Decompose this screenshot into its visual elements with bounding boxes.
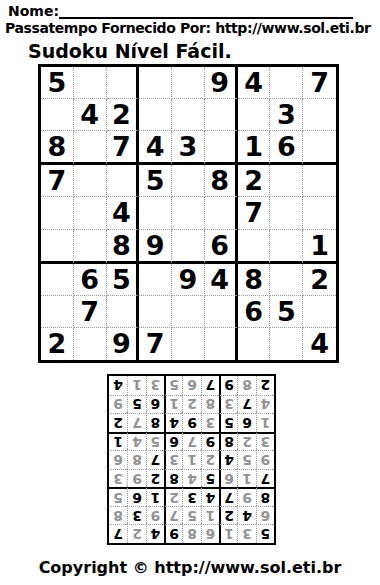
puzzle-cell-r6c1 [41,230,74,264]
page-title: Sudoku Nível Fácil. [28,40,232,62]
solution-cell-r9c8: 1 [127,376,145,395]
solution-cell-r1c5: 8 [182,524,200,543]
solution-cell-r1c2: 3 [237,524,255,543]
puzzle-cell-r7c3: 5 [107,264,140,296]
solution-cell-r1c6: 9 [164,524,182,543]
solution-cell-r8c3: 3 [219,395,237,414]
puzzle-cell-r5c1 [41,197,74,229]
solution-cell-r8c5: 2 [182,395,200,414]
puzzle-cell-r2c3: 2 [107,99,140,131]
puzzle-cell-r4c3 [107,165,140,197]
puzzle-cell-r1c2 [74,67,107,99]
puzzle-cell-r2c1 [41,99,74,131]
puzzle-cell-r8c7: 6 [238,296,271,328]
puzzle-cell-r7c9: 2 [303,264,336,296]
puzzle-cell-r7c8 [270,264,303,296]
puzzle-cell-r7c6: 4 [205,264,238,296]
solution-cell-r7c3: 5 [219,413,237,432]
solution-cell-r9c9: 4 [109,376,127,395]
solution-cell-r3c9: 5 [109,487,127,506]
puzzle-cell-r7c2: 6 [74,264,107,296]
puzzle-cell-r2c4 [139,99,172,131]
solution-cell-r3c4: 4 [201,487,219,506]
puzzle-cell-r6c6: 6 [205,230,238,264]
puzzle-cell-r9c2 [74,328,107,360]
puzzle-cell-r2c2: 4 [74,99,107,131]
solution-cell-r4c7: 2 [146,469,164,488]
solution-cell-r3c1: 8 [256,487,274,506]
puzzle-cell-r6c2 [74,230,107,264]
solution-cell-r8c1: 4 [256,395,274,414]
puzzle-cell-r1c3 [107,67,140,99]
solution-cell-r8c8: 5 [127,395,145,414]
solution-cell-r2c4: 1 [201,506,219,525]
solution-cell-r9c7: 3 [146,376,164,395]
puzzle-cell-r6c4: 9 [139,230,172,264]
puzzle-cell-r9c9: 4 [303,328,336,360]
solution-cell-r2c9: 8 [109,506,127,525]
puzzle-cell-r9c6 [205,328,238,360]
puzzle-cell-r5c4 [139,197,172,229]
solution-cell-r4c1: 7 [256,469,274,488]
puzzle-cell-r9c7 [238,328,271,360]
solution-cell-r6c5: 7 [182,432,200,451]
solution-cell-r9c3: 9 [219,376,237,395]
puzzle-cell-r3c8: 6 [270,131,303,165]
puzzle-cell-r1c8 [270,67,303,99]
solution-cell-r4c6: 8 [164,469,182,488]
puzzle-cell-r2c7 [238,99,271,131]
puzzle-cell-r6c7 [238,230,271,264]
solution-cell-r7c6: 4 [164,413,182,432]
puzzle-cell-r7c1 [41,264,74,296]
solution-cell-r7c4: 3 [201,413,219,432]
puzzle-cell-r5c8 [270,197,303,229]
solution-cell-r1c8: 2 [127,524,145,543]
puzzle-cell-r3c1: 8 [41,131,74,165]
solution-cell-r3c7: 1 [146,487,164,506]
solution-cell-r5c2: 5 [237,450,255,469]
puzzle-cell-r1c4 [139,67,172,99]
solution-cell-r8c6: 1 [164,395,182,414]
puzzle-cell-r5c9 [303,197,336,229]
puzzle-cell-r4c1: 7 [41,165,74,197]
solution-cell-r5c5: 1 [182,450,200,469]
solution-cell-r2c1: 6 [256,506,274,525]
puzzle-cell-r3c5: 3 [172,131,205,165]
puzzle-cell-r8c8: 5 [270,296,303,328]
puzzle-cell-r1c1: 5 [41,67,74,99]
puzzle-cell-r9c4: 7 [139,328,172,360]
provided-by-text: Passatempo Fornecido Por: http://www.sol… [5,20,377,36]
solution-cell-r9c4: 7 [201,376,219,395]
puzzle-cell-r5c5 [172,197,205,229]
solution-cell-r5c9: 6 [109,450,127,469]
name-label: Nome: [8,3,59,19]
solution-cell-r8c4: 8 [201,395,219,414]
solution-cell-r2c6: 7 [164,506,182,525]
solution-cell-r2c2: 4 [237,506,255,525]
puzzle-cell-r4c9 [303,165,336,197]
solution-cell-r2c7: 9 [146,506,164,525]
solution-cell-r1c7: 4 [146,524,164,543]
puzzle-cell-r6c3: 8 [107,230,140,264]
puzzle-cell-r6c8 [270,230,303,264]
solution-cell-r3c8: 6 [127,487,145,506]
solution-cell-r6c1: 3 [256,432,274,451]
solution-cell-r6c2: 2 [237,432,255,451]
puzzle-cell-r4c6: 8 [205,165,238,197]
puzzle-cell-r3c4: 4 [139,131,172,165]
solution-cell-r2c5: 5 [182,506,200,525]
solution-cell-r7c7: 8 [146,413,164,432]
solution-cell-r4c4: 5 [201,469,219,488]
solution-cell-r6c8: 4 [127,432,145,451]
puzzle-cell-r5c6 [205,197,238,229]
solution-cell-r5c1: 9 [256,450,274,469]
solution-cell-r1c9: 7 [109,524,127,543]
solution-cell-r3c5: 3 [182,487,200,506]
puzzle-cell-r6c5 [172,230,205,264]
solution-cell-r7c9: 2 [109,413,127,432]
copyright-text: Copyright © http://www.sol.eti.br [0,558,380,577]
puzzle-cell-r1c5 [172,67,205,99]
puzzle-cell-r4c2 [74,165,107,197]
puzzle-cell-r3c6 [205,131,238,165]
puzzle-cell-r6c9: 1 [303,230,336,264]
solution-cell-r7c2: 6 [237,413,255,432]
solution-cell-r9c6: 5 [164,376,182,395]
puzzle-cell-r5c2 [74,197,107,229]
solution-cell-r6c6: 6 [164,432,182,451]
solution-cell-r3c3: 7 [219,487,237,506]
puzzle-cell-r5c3: 4 [107,197,140,229]
puzzle-cell-r1c6: 9 [205,67,238,99]
solution-cell-r9c5: 6 [182,376,200,395]
puzzle-cell-r4c8 [270,165,303,197]
solution-cell-r3c6: 2 [164,487,182,506]
solution-cell-r4c8: 9 [127,469,145,488]
name-blank-line [59,2,353,19]
puzzle-cell-r8c4 [139,296,172,328]
puzzle-cell-r8c2: 7 [74,296,107,328]
solution-cell-r4c5: 4 [182,469,200,488]
solution-cell-r6c4: 9 [201,432,219,451]
solution-cell-r8c9: 9 [109,395,127,414]
sudoku-puzzle-grid: 594742387431675824789616594827652974 [38,64,339,363]
solution-cell-r1c4: 6 [201,524,219,543]
solution-cell-r5c4: 2 [201,450,219,469]
solution-cell-r8c7: 6 [146,395,164,414]
puzzle-cell-r7c5: 9 [172,264,205,296]
puzzle-cell-r8c3 [107,296,140,328]
solution-cell-r7c5: 9 [182,413,200,432]
puzzle-cell-r8c5 [172,296,205,328]
puzzle-cell-r3c9 [303,131,336,165]
solution-cell-r4c3: 6 [219,469,237,488]
solution-cell-r7c8: 7 [127,413,145,432]
solution-cell-r5c8: 8 [127,450,145,469]
puzzle-cell-r9c8 [270,328,303,360]
name-row: Nome: [8,2,353,19]
solution-cell-r9c1: 2 [256,376,274,395]
puzzle-cell-r4c5 [172,165,205,197]
puzzle-cell-r9c1: 2 [41,328,74,360]
solution-cell-r9c2: 8 [237,376,255,395]
puzzle-cell-r5c7: 7 [238,197,271,229]
solution-cell-r2c8: 3 [127,506,145,525]
puzzle-cell-r3c2 [74,131,107,165]
puzzle-cell-r2c8: 3 [270,99,303,131]
solution-cell-r1c1: 5 [256,524,274,543]
puzzle-cell-r2c9 [303,99,336,131]
puzzle-cell-r1c9: 7 [303,67,336,99]
puzzle-cell-r8c9 [303,296,336,328]
puzzle-cell-r2c6 [205,99,238,131]
solution-cell-r5c7: 7 [146,450,164,469]
solution-cell-r7c1: 1 [256,413,274,432]
solution-cell-r8c2: 7 [237,395,255,414]
solution-cell-r6c9: 1 [109,432,127,451]
puzzle-cell-r2c5 [172,99,205,131]
solution-cell-r5c6: 3 [164,450,182,469]
puzzle-cell-r7c4 [139,264,172,296]
puzzle-cell-r4c7: 2 [238,165,271,197]
puzzle-cell-r3c3: 7 [107,131,140,165]
puzzle-cell-r8c1 [41,296,74,328]
puzzle-cell-r9c5 [172,328,205,360]
solution-cell-r4c9: 3 [109,469,127,488]
puzzle-cell-r7c7: 8 [238,264,271,296]
solution-cell-r1c3: 1 [219,524,237,543]
puzzle-cell-r3c7: 1 [238,131,271,165]
solution-cell-r4c2: 1 [237,469,255,488]
puzzle-cell-r8c6 [205,296,238,328]
worksheet-page: Nome: Passatempo Fornecido Por: http://w… [0,0,380,585]
solution-cell-r6c3: 8 [219,432,237,451]
solution-cell-r6c7: 5 [146,432,164,451]
solution-cell-r3c2: 9 [237,487,255,506]
solution-cell-r2c3: 2 [219,506,237,525]
solution-cell-r5c3: 4 [219,450,237,469]
puzzle-cell-r4c4: 5 [139,165,172,197]
puzzle-cell-r9c3: 9 [107,328,140,360]
puzzle-cell-r1c7: 4 [238,67,271,99]
sudoku-solution-grid-rotated: 5316894276421579388974321657165482939542… [107,374,276,545]
